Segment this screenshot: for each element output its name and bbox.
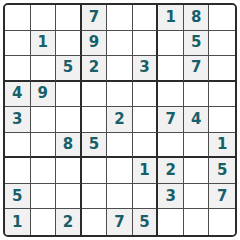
sudoku-cell-r7c8[interactable] bbox=[184, 158, 210, 184]
sudoku-cell-r8c2[interactable] bbox=[31, 184, 57, 210]
sudoku-cell-r4c6[interactable] bbox=[133, 82, 159, 108]
given-digit: 3 bbox=[165, 189, 175, 204]
sudoku-cell-r1c3[interactable] bbox=[56, 5, 82, 31]
sudoku-cell-r3c2[interactable] bbox=[31, 56, 57, 82]
sudoku-cell-r3c6[interactable]: 3 bbox=[133, 56, 159, 82]
given-digit: 1 bbox=[217, 137, 227, 152]
sudoku-cell-r9c8[interactable] bbox=[184, 209, 210, 235]
given-digit: 1 bbox=[139, 163, 149, 178]
sudoku-cell-r9c2[interactable] bbox=[31, 209, 57, 235]
sudoku-cell-r4c8[interactable] bbox=[184, 82, 210, 108]
sudoku-cell-r6c8[interactable] bbox=[184, 133, 210, 159]
given-digit: 7 bbox=[89, 10, 99, 25]
given-digit: 9 bbox=[89, 35, 99, 50]
sudoku-cell-r8c5[interactable] bbox=[107, 184, 133, 210]
sudoku-cell-r6c1[interactable] bbox=[5, 133, 31, 159]
given-digit: 4 bbox=[12, 86, 22, 101]
sudoku-cell-r2c5[interactable] bbox=[107, 31, 133, 57]
sudoku-cell-r2c4[interactable]: 9 bbox=[82, 31, 108, 57]
sudoku-cell-r1c5[interactable] bbox=[107, 5, 133, 31]
given-digit: 7 bbox=[114, 215, 124, 230]
sudoku-cell-r7c9[interactable]: 5 bbox=[209, 158, 235, 184]
given-digit: 7 bbox=[165, 112, 175, 127]
sudoku-cell-r5c3[interactable] bbox=[56, 107, 82, 133]
given-digit: 1 bbox=[165, 10, 175, 25]
sudoku-cell-r9c1[interactable]: 1 bbox=[5, 209, 31, 235]
sudoku-cell-r4c2[interactable]: 9 bbox=[31, 82, 57, 108]
sudoku-cell-r7c4[interactable] bbox=[82, 158, 108, 184]
sudoku-cell-r5c7[interactable]: 7 bbox=[158, 107, 184, 133]
sudoku-cell-r1c9[interactable] bbox=[209, 5, 235, 31]
sudoku-cell-r8c3[interactable] bbox=[56, 184, 82, 210]
sudoku-board: 71819552374932748511255371275 bbox=[3, 3, 237, 237]
given-digit: 4 bbox=[191, 112, 201, 127]
given-digit: 3 bbox=[139, 60, 149, 75]
sudoku-cell-r6c3[interactable]: 8 bbox=[56, 133, 82, 159]
sudoku-cell-r2c2[interactable]: 1 bbox=[31, 31, 57, 57]
given-digit: 5 bbox=[191, 35, 201, 50]
sudoku-cell-r5c8[interactable]: 4 bbox=[184, 107, 210, 133]
sudoku-cell-r7c2[interactable] bbox=[31, 158, 57, 184]
sudoku-cell-r9c6[interactable]: 5 bbox=[133, 209, 159, 235]
sudoku-cell-r3c9[interactable] bbox=[209, 56, 235, 82]
sudoku-cell-r2c9[interactable] bbox=[209, 31, 235, 57]
given-digit: 5 bbox=[217, 163, 227, 178]
sudoku-cell-r5c6[interactable] bbox=[133, 107, 159, 133]
sudoku-cell-r7c7[interactable]: 2 bbox=[158, 158, 184, 184]
sudoku-cell-r1c2[interactable] bbox=[31, 5, 57, 31]
given-digit: 5 bbox=[63, 60, 73, 75]
sudoku-cell-r7c6[interactable]: 1 bbox=[133, 158, 159, 184]
sudoku-cell-r9c5[interactable]: 7 bbox=[107, 209, 133, 235]
sudoku-cell-r2c7[interactable] bbox=[158, 31, 184, 57]
given-digit: 5 bbox=[139, 215, 149, 230]
sudoku-cell-r8c8[interactable] bbox=[184, 184, 210, 210]
sudoku-cell-r8c4[interactable] bbox=[82, 184, 108, 210]
given-digit: 5 bbox=[12, 189, 22, 204]
sudoku-cell-r2c1[interactable] bbox=[5, 31, 31, 57]
sudoku-cell-r5c2[interactable] bbox=[31, 107, 57, 133]
sudoku-cell-r6c4[interactable]: 5 bbox=[82, 133, 108, 159]
sudoku-cell-r7c3[interactable] bbox=[56, 158, 82, 184]
given-digit: 2 bbox=[114, 112, 124, 127]
given-digit: 8 bbox=[63, 137, 73, 152]
sudoku-cell-r4c5[interactable] bbox=[107, 82, 133, 108]
given-digit: 2 bbox=[63, 215, 73, 230]
sudoku-cell-r6c7[interactable] bbox=[158, 133, 184, 159]
sudoku-cell-r9c7[interactable] bbox=[158, 209, 184, 235]
given-digit: 1 bbox=[38, 35, 48, 50]
sudoku-cell-r5c4[interactable] bbox=[82, 107, 108, 133]
given-digit: 2 bbox=[165, 163, 175, 178]
sudoku-cell-r3c4[interactable]: 2 bbox=[82, 56, 108, 82]
sudoku-cell-r3c7[interactable] bbox=[158, 56, 184, 82]
given-digit: 1 bbox=[12, 215, 22, 230]
sudoku-cell-r6c6[interactable] bbox=[133, 133, 159, 159]
given-digit: 9 bbox=[38, 86, 48, 101]
sudoku-cell-r4c4[interactable] bbox=[82, 82, 108, 108]
sudoku-cell-r8c7[interactable]: 3 bbox=[158, 184, 184, 210]
given-digit: 7 bbox=[217, 189, 227, 204]
given-digit: 2 bbox=[89, 60, 99, 75]
sudoku-cell-r3c5[interactable] bbox=[107, 56, 133, 82]
sudoku-cell-r4c1[interactable]: 4 bbox=[5, 82, 31, 108]
sudoku-cell-r8c6[interactable] bbox=[133, 184, 159, 210]
sudoku-cell-r6c5[interactable] bbox=[107, 133, 133, 159]
given-digit: 3 bbox=[12, 112, 22, 127]
sudoku-cell-r8c9[interactable]: 7 bbox=[209, 184, 235, 210]
given-digit: 7 bbox=[191, 60, 201, 75]
sudoku-cell-r6c9[interactable]: 1 bbox=[209, 133, 235, 159]
given-digit: 5 bbox=[89, 137, 99, 152]
sudoku-cell-r4c3[interactable] bbox=[56, 82, 82, 108]
sudoku-cell-r5c5[interactable]: 2 bbox=[107, 107, 133, 133]
sudoku-cell-r3c3[interactable]: 5 bbox=[56, 56, 82, 82]
sudoku-cell-r2c8[interactable]: 5 bbox=[184, 31, 210, 57]
sudoku-cell-r4c9[interactable] bbox=[209, 82, 235, 108]
sudoku-cell-r1c7[interactable]: 1 bbox=[158, 5, 184, 31]
sudoku-cell-r8c1[interactable]: 5 bbox=[5, 184, 31, 210]
given-digit: 8 bbox=[191, 10, 201, 25]
sudoku-cell-r1c4[interactable]: 7 bbox=[82, 5, 108, 31]
sudoku-cell-r6c2[interactable] bbox=[31, 133, 57, 159]
sudoku-cell-r3c1[interactable] bbox=[5, 56, 31, 82]
sudoku-cell-r2c3[interactable] bbox=[56, 31, 82, 57]
sudoku-cell-r3c8[interactable]: 7 bbox=[184, 56, 210, 82]
sudoku-cell-r1c8[interactable]: 8 bbox=[184, 5, 210, 31]
sudoku-cell-r7c5[interactable] bbox=[107, 158, 133, 184]
sudoku-cell-r5c9[interactable] bbox=[209, 107, 235, 133]
sudoku-cell-r9c9[interactable] bbox=[209, 209, 235, 235]
sudoku-cell-r5c1[interactable]: 3 bbox=[5, 107, 31, 133]
sudoku-cell-r1c6[interactable] bbox=[133, 5, 159, 31]
sudoku-cell-r2c6[interactable] bbox=[133, 31, 159, 57]
sudoku-cell-r7c1[interactable] bbox=[5, 158, 31, 184]
sudoku-cell-r9c4[interactable] bbox=[82, 209, 108, 235]
sudoku-cell-r4c7[interactable] bbox=[158, 82, 184, 108]
sudoku-cell-r1c1[interactable] bbox=[5, 5, 31, 31]
sudoku-cell-r9c3[interactable]: 2 bbox=[56, 209, 82, 235]
